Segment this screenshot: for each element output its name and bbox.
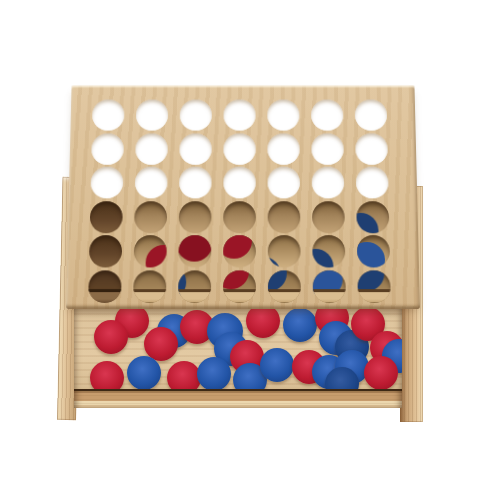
board-cell-r2c6[interactable] [305, 132, 349, 166]
connect-four-board [66, 85, 420, 309]
board-hole-r5c3 [178, 235, 211, 267]
board-cell-r1c4[interactable] [218, 99, 262, 132]
board-hole-r2c1 [91, 133, 124, 164]
board-cell-r4c4[interactable] [217, 200, 262, 234]
board-cell-r4c2[interactable] [128, 200, 173, 234]
board-hole-r1c5 [267, 100, 299, 131]
board-hole-r1c4 [224, 100, 256, 131]
board-cell-r6c3[interactable] [172, 269, 217, 304]
board-hole-r2c2 [135, 133, 168, 164]
board-cell-r5c3[interactable] [172, 234, 217, 269]
tray-disc-red-2[interactable] [94, 320, 128, 354]
board-hole-r3c2 [135, 167, 168, 199]
disc-glimpse-blue [357, 270, 384, 291]
board-hole-r6c3 [178, 270, 211, 303]
board-hole-r3c5 [268, 167, 301, 199]
board-hole-r4c7 [356, 201, 389, 233]
board-cell-r1c5[interactable] [261, 99, 305, 132]
board-hole-r4c5 [268, 201, 301, 233]
board-cell-r3c7[interactable] [350, 166, 395, 200]
board-cell-r4c5[interactable] [262, 200, 307, 234]
board-hole-r3c7 [356, 167, 389, 199]
board-cell-r1c1[interactable] [86, 99, 130, 132]
board-hole-r2c7 [355, 133, 388, 164]
board-hole-r5c4 [223, 235, 256, 267]
board-cell-r3c4[interactable] [217, 166, 261, 200]
disc-glimpse-red [223, 235, 252, 258]
disc-glimpse-blue [356, 212, 379, 232]
disc-glimpse-blue [178, 270, 186, 300]
board-hole-r1c2 [136, 100, 169, 131]
board-hole-r5c5 [268, 235, 301, 267]
board-cell-r6c6[interactable] [307, 269, 352, 304]
board-cell-r4c1[interactable] [84, 200, 129, 234]
board-hole-r4c4 [223, 201, 256, 233]
board-hole-r4c1 [90, 201, 123, 233]
board-cell-r2c4[interactable] [218, 132, 262, 166]
board-hole-r4c6 [312, 201, 345, 233]
board-cell-r3c2[interactable] [129, 166, 174, 200]
board-cell-r1c2[interactable] [130, 99, 174, 132]
board-cell-r1c7[interactable] [349, 99, 393, 132]
board-cell-r6c2[interactable] [127, 269, 172, 304]
board-hole-r6c4 [223, 270, 256, 303]
board-cell-r2c3[interactable] [173, 132, 217, 166]
board-hole-r6c6 [313, 270, 346, 303]
board-hole-r2c5 [267, 133, 299, 164]
connect-four-set [0, 0, 480, 480]
board-cell-r5c4[interactable] [217, 234, 262, 269]
board-hole-r6c2 [133, 270, 166, 303]
board-cell-r3c6[interactable] [306, 166, 351, 200]
board-cell-r4c7[interactable] [350, 200, 395, 234]
board-cell-r6c5[interactable] [262, 269, 307, 304]
tray-disc-red-11[interactable] [167, 361, 201, 392]
board-hole-r3c4 [223, 167, 255, 199]
board-hole-r2c4 [223, 133, 255, 164]
board-hole-r4c3 [179, 201, 212, 233]
tray-disc-red-13[interactable] [364, 356, 398, 390]
board-hole-r1c6 [311, 100, 343, 131]
board-hole-r5c2 [134, 235, 167, 267]
board-hole-r1c7 [355, 100, 388, 131]
disc-glimpse-blue [357, 242, 386, 267]
tray-disc-blue-11[interactable] [260, 348, 294, 382]
board-cell-r5c2[interactable] [128, 234, 173, 269]
board-cell-r6c4[interactable] [217, 269, 262, 304]
board-cell-r2c1[interactable] [85, 132, 130, 166]
board-cell-r3c1[interactable] [84, 166, 129, 200]
board-hole-r3c3 [179, 167, 212, 199]
board-cell-r3c3[interactable] [173, 166, 217, 200]
tray-front-wall [74, 389, 402, 408]
board-cell-r2c5[interactable] [262, 132, 306, 166]
board-hole-r6c1 [88, 270, 122, 303]
board-hole-r5c1 [89, 235, 122, 267]
tray-disc-blue-4[interactable] [283, 308, 317, 342]
board-wrap [66, 85, 420, 309]
board-hole-r6c5 [268, 270, 301, 303]
disc-glimpse-blue [312, 249, 333, 268]
board-cell-r5c5[interactable] [262, 234, 307, 269]
tray-disc-blue-8[interactable] [127, 356, 161, 390]
board-hole-r4c2 [134, 201, 167, 233]
tray-disc-red-5[interactable] [246, 304, 280, 338]
board-cell-r6c7[interactable] [351, 269, 397, 304]
disc-glimpse-blue [268, 270, 287, 291]
board-hole-r2c3 [179, 133, 211, 164]
board-hole-r6c7 [357, 270, 390, 303]
tray-disc-blue-9[interactable] [197, 357, 231, 391]
board-cell-r1c6[interactable] [305, 99, 349, 132]
board-cell-r4c3[interactable] [173, 200, 218, 234]
board-hole-r5c6 [312, 235, 345, 267]
disc-glimpse-red [223, 270, 249, 289]
disc-glimpse-red [178, 235, 211, 261]
board-cell-r5c6[interactable] [306, 234, 351, 269]
board-hole-r2c6 [311, 133, 344, 164]
board-cell-r3c5[interactable] [262, 166, 306, 200]
disc-tray [76, 300, 402, 392]
tray-disc-red-10[interactable] [90, 361, 124, 392]
board-hole-r1c1 [92, 100, 125, 131]
disc-glimpse-red [145, 245, 166, 268]
board-cell-r2c2[interactable] [129, 132, 173, 166]
board-hole-r5c7 [357, 235, 390, 267]
disc-glimpse-blue [268, 257, 281, 268]
board-cell-r4c6[interactable] [306, 200, 351, 234]
board-cell-r6c1[interactable] [82, 269, 128, 304]
board-cell-r5c7[interactable] [351, 234, 396, 269]
board-cell-r5c1[interactable] [83, 234, 128, 269]
board-hole-r3c1 [90, 167, 123, 199]
board-hole-r1c3 [180, 100, 212, 131]
board-cell-r2c7[interactable] [349, 132, 394, 166]
board-hole-r3c6 [312, 167, 345, 199]
disc-glimpse-blue [313, 270, 343, 297]
board-cell-r1c3[interactable] [174, 99, 218, 132]
